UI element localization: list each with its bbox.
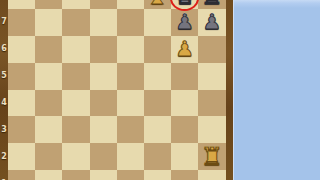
square-g3[interactable] bbox=[171, 116, 198, 143]
square-e2[interactable] bbox=[117, 143, 144, 170]
square-c2[interactable] bbox=[62, 143, 89, 170]
square-b8[interactable] bbox=[35, 0, 62, 9]
square-d7[interactable] bbox=[90, 9, 117, 36]
square-f5[interactable] bbox=[144, 63, 171, 90]
square-g1[interactable] bbox=[171, 170, 198, 180]
white-rook-h2[interactable]: ♜ bbox=[201, 144, 223, 169]
square-c3[interactable] bbox=[62, 116, 89, 143]
black-pawn-g7[interactable]: ♟ bbox=[175, 12, 194, 33]
square-h5[interactable] bbox=[198, 63, 225, 90]
square-g7[interactable]: ♟ bbox=[171, 9, 198, 36]
rank-label-7: 7 bbox=[0, 17, 8, 26]
black-rook-h8[interactable]: ♜ bbox=[201, 0, 223, 8]
square-f6[interactable] bbox=[144, 36, 171, 63]
black-pawn-h7[interactable]: ♟ bbox=[202, 12, 221, 33]
square-f4[interactable] bbox=[144, 90, 171, 117]
square-b5[interactable] bbox=[35, 63, 62, 90]
square-e1[interactable] bbox=[117, 170, 144, 180]
square-e3[interactable] bbox=[117, 116, 144, 143]
square-d3[interactable] bbox=[90, 116, 117, 143]
square-f8[interactable]: ♝ bbox=[144, 0, 171, 9]
square-f2[interactable] bbox=[144, 143, 171, 170]
rank-label-5: 5 bbox=[0, 71, 8, 80]
square-e6[interactable] bbox=[117, 36, 144, 63]
square-a4[interactable] bbox=[8, 90, 35, 117]
rank-label-1: 1 bbox=[0, 179, 8, 180]
square-b1[interactable] bbox=[35, 170, 62, 180]
square-d5[interactable] bbox=[90, 63, 117, 90]
square-d8[interactable] bbox=[90, 0, 117, 9]
square-a1[interactable] bbox=[8, 170, 35, 180]
rank-label-2: 2 bbox=[0, 152, 8, 161]
square-b3[interactable] bbox=[35, 116, 62, 143]
chess-app-window: ♝♚♜♟♟♟♜ 87654321 bbox=[0, 0, 320, 180]
square-b4[interactable] bbox=[35, 90, 62, 117]
square-c4[interactable] bbox=[62, 90, 89, 117]
square-d4[interactable] bbox=[90, 90, 117, 117]
square-d2[interactable] bbox=[90, 143, 117, 170]
square-h2[interactable]: ♜ bbox=[198, 143, 225, 170]
square-h7[interactable]: ♟ bbox=[198, 9, 225, 36]
square-g5[interactable] bbox=[171, 63, 198, 90]
square-c7[interactable] bbox=[62, 9, 89, 36]
square-f3[interactable] bbox=[144, 116, 171, 143]
square-e4[interactable] bbox=[117, 90, 144, 117]
square-h1[interactable] bbox=[198, 170, 225, 180]
rank-label-4: 4 bbox=[0, 98, 8, 107]
square-b7[interactable] bbox=[35, 9, 62, 36]
square-e5[interactable] bbox=[117, 63, 144, 90]
square-h8[interactable]: ♜ bbox=[198, 0, 225, 9]
white-bishop-f8[interactable]: ♝ bbox=[146, 0, 168, 8]
side-panel bbox=[233, 0, 320, 180]
square-h6[interactable] bbox=[198, 36, 225, 63]
square-d1[interactable] bbox=[90, 170, 117, 180]
board-frame: ♝♚♜♟♟♟♜ 87654321 bbox=[0, 0, 233, 180]
square-c6[interactable] bbox=[62, 36, 89, 63]
square-c1[interactable] bbox=[62, 170, 89, 180]
square-f1[interactable] bbox=[144, 170, 171, 180]
square-c5[interactable] bbox=[62, 63, 89, 90]
square-a5[interactable] bbox=[8, 63, 35, 90]
square-d6[interactable] bbox=[90, 36, 117, 63]
square-g4[interactable] bbox=[171, 90, 198, 117]
square-e7[interactable] bbox=[117, 9, 144, 36]
square-a8[interactable] bbox=[8, 0, 35, 9]
square-f7[interactable] bbox=[144, 9, 171, 36]
square-h4[interactable] bbox=[198, 90, 225, 117]
square-a6[interactable] bbox=[8, 36, 35, 63]
square-b2[interactable] bbox=[35, 143, 62, 170]
square-c8[interactable] bbox=[62, 0, 89, 9]
rank-label-3: 3 bbox=[0, 125, 8, 134]
square-a7[interactable] bbox=[8, 9, 35, 36]
square-e8[interactable] bbox=[117, 0, 144, 9]
square-b6[interactable] bbox=[35, 36, 62, 63]
square-a2[interactable] bbox=[8, 143, 35, 170]
rank-label-6: 6 bbox=[0, 44, 8, 53]
square-g2[interactable] bbox=[171, 143, 198, 170]
chess-board[interactable]: ♝♚♜♟♟♟♜ bbox=[8, 0, 226, 180]
square-a3[interactable] bbox=[8, 116, 35, 143]
square-h3[interactable] bbox=[198, 116, 225, 143]
square-g6[interactable]: ♟ bbox=[171, 36, 198, 63]
white-pawn-g6[interactable]: ♟ bbox=[175, 39, 194, 60]
